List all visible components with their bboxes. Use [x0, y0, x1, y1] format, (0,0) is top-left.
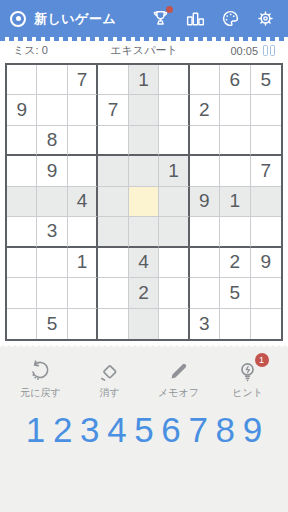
- palette-icon: [219, 7, 242, 30]
- cell-r3c4[interactable]: [98, 126, 128, 156]
- cell-r5c8[interactable]: 1: [220, 187, 250, 217]
- gear-icon: [254, 7, 277, 30]
- cell-r7c8[interactable]: 2: [220, 248, 250, 278]
- cell-r2c5[interactable]: [129, 95, 159, 125]
- undo-label: 元に戻す: [20, 386, 60, 400]
- cell-r4c7[interactable]: [190, 156, 220, 186]
- numpad-key-4[interactable]: 4: [103, 411, 130, 450]
- theme-button[interactable]: [218, 6, 243, 31]
- cell-r8c6[interactable]: [159, 278, 189, 308]
- trophy-badge-dot: [166, 6, 173, 13]
- hint-badge: 1: [255, 353, 269, 367]
- difficulty-label: エキスパート: [110, 43, 177, 58]
- cell-r2c8[interactable]: [220, 95, 250, 125]
- cell-r1c8[interactable]: 6: [220, 65, 250, 95]
- numpad-key-7[interactable]: 7: [185, 411, 212, 450]
- cell-r5c4[interactable]: [98, 187, 128, 217]
- top-bar: 新しいゲーム: [0, 0, 288, 37]
- numpad-key-3[interactable]: 3: [76, 411, 103, 450]
- cell-r2c2[interactable]: [37, 95, 67, 125]
- cell-r8c4[interactable]: [98, 278, 128, 308]
- cell-r6c8[interactable]: [220, 217, 250, 247]
- cell-r6c6[interactable]: [159, 217, 189, 247]
- pencil-icon: [166, 359, 191, 384]
- cell-r6c5[interactable]: [129, 217, 159, 247]
- cell-r4c8[interactable]: [220, 156, 250, 186]
- cell-r7c2[interactable]: [37, 248, 67, 278]
- cell-r1c2[interactable]: [37, 65, 67, 95]
- timer-label: 00:05: [230, 45, 258, 57]
- cell-r3c9[interactable]: [251, 126, 281, 156]
- pause-button[interactable]: [263, 45, 275, 56]
- pause-icon: [270, 45, 275, 56]
- cell-r3c2[interactable]: 8: [37, 126, 67, 156]
- cell-r2c3[interactable]: [68, 95, 98, 125]
- top-bar-actions: [148, 6, 278, 31]
- cell-r4c5[interactable]: [129, 156, 159, 186]
- mistakes-label: ミス: 0: [13, 43, 48, 58]
- cell-r7c1[interactable]: [7, 248, 37, 278]
- sudoku-board: 71659728917491314292553: [5, 63, 283, 341]
- cell-r5c7[interactable]: 9: [190, 187, 220, 217]
- cell-r9c5[interactable]: [129, 309, 159, 339]
- cell-r4c2[interactable]: 9: [37, 156, 67, 186]
- cell-r4c3[interactable]: [68, 156, 98, 186]
- hint-button[interactable]: 1 ヒント: [213, 358, 282, 400]
- cell-r8c1[interactable]: [7, 278, 37, 308]
- cell-r6c7[interactable]: [190, 217, 220, 247]
- cell-r4c9[interactable]: 7: [251, 156, 281, 186]
- cell-r1c4[interactable]: [98, 65, 128, 95]
- cell-r7c6[interactable]: [159, 248, 189, 278]
- cell-r8c5[interactable]: 2: [129, 278, 159, 308]
- cell-r9c1[interactable]: [7, 309, 37, 339]
- cell-r6c2[interactable]: 3: [37, 217, 67, 247]
- numpad-key-2[interactable]: 2: [49, 411, 76, 450]
- cell-r9c7[interactable]: 3: [190, 309, 220, 339]
- cell-r1c9[interactable]: 5: [251, 65, 281, 95]
- cell-r8c8[interactable]: 5: [220, 278, 250, 308]
- pause-icon: [263, 45, 268, 56]
- cell-r7c9[interactable]: 9: [251, 248, 281, 278]
- numpad: 123456789: [0, 400, 288, 450]
- undo-button[interactable]: 元に戻す: [6, 358, 75, 400]
- cell-r3c8[interactable]: [220, 126, 250, 156]
- settings-button[interactable]: [253, 6, 278, 31]
- memo-label: メモオフ: [158, 386, 199, 400]
- cell-r4c6[interactable]: 1: [159, 156, 189, 186]
- cell-r6c9[interactable]: [251, 217, 281, 247]
- cell-r7c4[interactable]: [98, 248, 128, 278]
- numpad-key-9[interactable]: 9: [239, 411, 266, 450]
- cell-r2c9[interactable]: [251, 95, 281, 125]
- new-game-label: 新しいゲーム: [34, 10, 116, 28]
- cell-r8c3[interactable]: [68, 278, 98, 308]
- new-game-button[interactable]: 新しいゲーム: [10, 10, 116, 28]
- cell-r5c2[interactable]: [37, 187, 67, 217]
- cell-r1c5[interactable]: 1: [129, 65, 159, 95]
- cell-r9c3[interactable]: [68, 309, 98, 339]
- cell-r9c8[interactable]: [220, 309, 250, 339]
- cell-r5c9[interactable]: [251, 187, 281, 217]
- cell-r6c3[interactable]: [68, 217, 98, 247]
- cell-r3c1[interactable]: [7, 126, 37, 156]
- cell-r5c6[interactable]: [159, 187, 189, 217]
- cell-r2c1[interactable]: 9: [7, 95, 37, 125]
- cell-r7c7[interactable]: [190, 248, 220, 278]
- numpad-key-6[interactable]: 6: [158, 411, 185, 450]
- numpad-key-1[interactable]: 1: [22, 411, 49, 450]
- cell-r8c2[interactable]: [37, 278, 67, 308]
- memo-button[interactable]: メモオフ: [144, 358, 213, 400]
- cell-r5c1[interactable]: [7, 187, 37, 217]
- hint-label: ヒント: [232, 386, 263, 400]
- cell-r3c3[interactable]: [68, 126, 98, 156]
- cell-r4c4[interactable]: [98, 156, 128, 186]
- cell-r2c6[interactable]: [159, 95, 189, 125]
- cell-r9c2[interactable]: 5: [37, 309, 67, 339]
- cell-r9c9[interactable]: [251, 309, 281, 339]
- cell-r1c1[interactable]: [7, 65, 37, 95]
- toolbar: 元に戻す 消す メモオフ: [0, 351, 288, 400]
- record-icon: [10, 11, 26, 27]
- cell-r8c7[interactable]: [190, 278, 220, 308]
- cell-r3c6[interactable]: [159, 126, 189, 156]
- cell-r1c3[interactable]: 7: [68, 65, 98, 95]
- cell-r7c3[interactable]: 1: [68, 248, 98, 278]
- cell-r5c3[interactable]: 4: [68, 187, 98, 217]
- cell-r9c4[interactable]: [98, 309, 128, 339]
- statistics-button[interactable]: [183, 6, 208, 31]
- cell-r5c5[interactable]: [129, 187, 159, 217]
- cell-r1c7[interactable]: [190, 65, 220, 95]
- cell-r1c6[interactable]: [159, 65, 189, 95]
- sudoku-app: 新しいゲーム: [0, 0, 288, 512]
- awards-button[interactable]: [148, 6, 173, 31]
- cell-r2c7[interactable]: 2: [190, 95, 220, 125]
- numpad-key-5[interactable]: 5: [130, 411, 157, 450]
- numpad-key-8[interactable]: 8: [212, 411, 239, 450]
- bar-chart-icon: [184, 7, 207, 30]
- erase-label: 消す: [99, 386, 119, 400]
- cell-r3c7[interactable]: [190, 126, 220, 156]
- eraser-icon: [97, 359, 122, 384]
- erase-button[interactable]: 消す: [75, 358, 144, 400]
- undo-icon: [28, 359, 53, 384]
- cell-r3c5[interactable]: [129, 126, 159, 156]
- bottom-panel: 元に戻す 消す メモオフ: [0, 351, 288, 512]
- cell-r6c1[interactable]: [7, 217, 37, 247]
- cell-r6c4[interactable]: [98, 217, 128, 247]
- cell-r8c9[interactable]: [251, 278, 281, 308]
- cell-r2c4[interactable]: 7: [98, 95, 128, 125]
- cell-r7c5[interactable]: 4: [129, 248, 159, 278]
- cell-r4c1[interactable]: [7, 156, 37, 186]
- cell-r9c6[interactable]: [159, 309, 189, 339]
- status-bar: ミス: 0 エキスパート 00:05: [0, 41, 288, 60]
